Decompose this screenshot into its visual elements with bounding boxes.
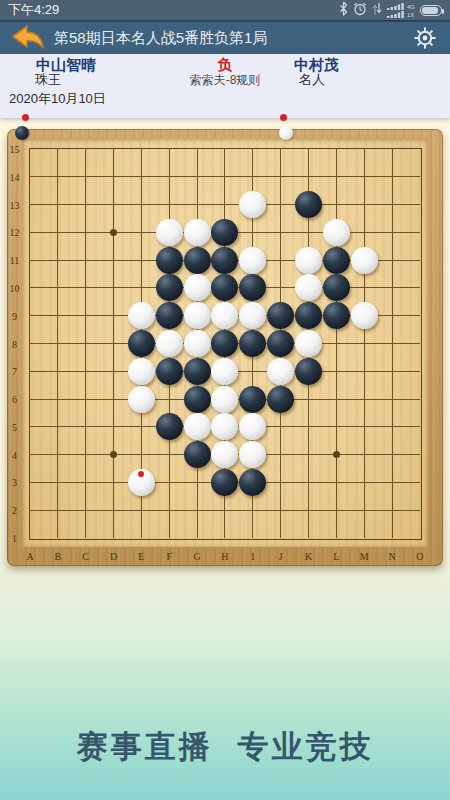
settings-gear-icon[interactable] — [410, 23, 440, 53]
back-button[interactable] — [10, 23, 50, 53]
row-coordinate-label: 14 — [10, 171, 20, 182]
match-date: 2020年10月10日 — [9, 90, 106, 108]
stone-black[interactable] — [267, 330, 294, 357]
column-coordinate-label: D — [110, 551, 117, 562]
stone-black[interactable] — [128, 330, 155, 357]
column-coordinate-label: C — [82, 551, 89, 562]
row-coordinate-label: 13 — [10, 199, 20, 210]
stone-white[interactable] — [239, 247, 266, 274]
data-arrows-icon — [372, 2, 382, 19]
grid-line-vertical — [336, 149, 337, 538]
white-player-title: 名人 — [299, 71, 325, 89]
stone-white[interactable] — [295, 330, 322, 357]
stone-black[interactable] — [184, 247, 211, 274]
stone-white[interactable] — [267, 358, 294, 385]
network-1x-label: 1X — [407, 12, 414, 18]
grid-line-vertical — [364, 149, 365, 538]
stone-white[interactable] — [211, 386, 238, 413]
column-coordinate-label: I — [251, 551, 254, 562]
stone-white[interactable] — [351, 247, 378, 274]
signal-bars: 4G 1X — [387, 3, 415, 18]
stone-black[interactable] — [323, 302, 350, 329]
stone-black[interactable] — [295, 191, 322, 218]
stone-black[interactable] — [295, 358, 322, 385]
stone-white[interactable] — [323, 219, 350, 246]
stone-black[interactable] — [211, 247, 238, 274]
stone-white[interactable] — [128, 358, 155, 385]
row-coordinate-label: 9 — [12, 310, 17, 321]
row-coordinate-label: 12 — [10, 227, 20, 238]
column-coordinate-label: A — [26, 551, 33, 562]
row-coordinate-label: 1 — [12, 533, 17, 544]
row-coordinate-label: 2 — [12, 505, 17, 516]
row-coordinate-label: 11 — [10, 255, 20, 266]
column-coordinate-label: M — [360, 551, 369, 562]
stone-black[interactable] — [184, 386, 211, 413]
stone-white[interactable] — [351, 302, 378, 329]
header-bar: 第58期日本名人战5番胜负第1局 — [0, 20, 450, 54]
row-coordinate-label: 3 — [12, 477, 17, 488]
stone-black[interactable] — [156, 274, 183, 301]
column-coordinate-label: G — [194, 551, 201, 562]
stone-white[interactable] — [128, 302, 155, 329]
stone-white[interactable] — [295, 247, 322, 274]
board-surface[interactable] — [22, 138, 428, 547]
column-coordinate-label: E — [138, 551, 144, 562]
bluetooth-icon — [339, 1, 348, 19]
stone-black[interactable] — [156, 247, 183, 274]
page-title: 第58期日本名人战5番胜负第1局 — [54, 29, 410, 48]
status-bar: 下午4:29 4G 1X — [0, 0, 450, 20]
stone-white[interactable] — [184, 330, 211, 357]
row-coordinate-label: 6 — [12, 394, 17, 405]
stone-black[interactable] — [156, 358, 183, 385]
stone-white[interactable] — [128, 469, 155, 496]
stone-white[interactable] — [184, 302, 211, 329]
stone-white[interactable] — [184, 219, 211, 246]
stone-black[interactable] — [184, 358, 211, 385]
stone-black[interactable] — [184, 441, 211, 468]
row-coordinate-label: 5 — [12, 421, 17, 432]
stone-black[interactable] — [239, 386, 266, 413]
column-coordinate-label: B — [55, 551, 62, 562]
stone-black[interactable] — [323, 247, 350, 274]
stone-white[interactable] — [184, 274, 211, 301]
column-coordinate-label: O — [416, 551, 423, 562]
match-info-panel: 中山智晴 珠王 2020年10月10日 负 索索夫-8规则 中村茂 名人 — [0, 54, 450, 118]
black-player-marker-dot — [22, 114, 29, 121]
stone-black[interactable] — [267, 386, 294, 413]
white-player-marker-dot — [280, 114, 287, 121]
column-coordinate-label: J — [279, 551, 283, 562]
row-coordinate-label: 15 — [10, 144, 20, 155]
black-player-title: 珠王 — [35, 71, 61, 89]
grid-line-vertical — [392, 149, 393, 538]
promo-banner: 赛事直播 专业竞技 — [0, 726, 450, 768]
grid-line-horizontal — [30, 510, 420, 511]
row-coordinate-label: 4 — [12, 449, 17, 460]
stone-white[interactable] — [156, 219, 183, 246]
white-stone-icon — [279, 126, 293, 140]
star-point — [333, 451, 340, 458]
stone-black[interactable] — [156, 302, 183, 329]
battery-icon — [420, 5, 442, 16]
row-coordinate-label: 8 — [12, 338, 17, 349]
column-coordinate-label: L — [333, 551, 339, 562]
last-move-marker — [138, 471, 144, 477]
black-stone-icon — [15, 126, 29, 140]
row-coordinate-label: 7 — [12, 366, 17, 377]
column-coordinate-label: H — [221, 551, 228, 562]
stone-white[interactable] — [128, 386, 155, 413]
clock-time: 下午4:29 — [8, 1, 59, 19]
row-coordinate-label: 10 — [10, 282, 20, 293]
stone-black[interactable] — [156, 413, 183, 440]
column-coordinate-label: N — [389, 551, 396, 562]
rule-label: 索索夫-8规则 — [165, 72, 285, 89]
stone-white[interactable] — [156, 330, 183, 357]
alarm-clock-icon — [353, 2, 367, 19]
board-frame: 151413121110987654321ABCDEFGHIJKLMNO — [7, 129, 443, 566]
stone-white[interactable] — [184, 413, 211, 440]
column-coordinate-label: F — [167, 551, 173, 562]
column-coordinate-label: K — [305, 551, 312, 562]
star-point — [110, 229, 117, 236]
network-4g-label: 4G — [407, 4, 415, 10]
